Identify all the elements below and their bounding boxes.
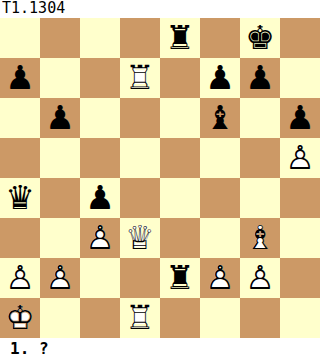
square-g2[interactable]: ♟♙ [240,258,280,298]
square-a6[interactable] [0,98,40,138]
piece-outline: ♗ [240,218,280,258]
square-h2[interactable] [280,258,320,298]
piece-black-pawn[interactable]: ♟ [0,58,40,98]
piece-black-pawn[interactable]: ♟ [200,58,240,98]
square-h4[interactable] [280,178,320,218]
square-e5[interactable] [160,138,200,178]
square-a3[interactable] [0,218,40,258]
piece-white-bishop[interactable]: ♝♗ [240,218,280,258]
piece-black-king[interactable]: ♚ [240,18,280,58]
move-prompt: 1. ? [0,338,320,360]
square-f6[interactable]: ♝ [200,98,240,138]
square-c5[interactable] [80,138,120,178]
square-h1[interactable] [280,298,320,338]
piece-black-bishop[interactable]: ♝ [200,98,240,138]
piece-white-pawn[interactable]: ♟♙ [80,218,120,258]
piece-outline: ♙ [80,218,120,258]
square-e7[interactable] [160,58,200,98]
square-h3[interactable] [280,218,320,258]
piece-white-king[interactable]: ♚♔ [0,298,40,338]
piece-outline: ♙ [200,258,240,298]
piece-outline: ♙ [240,258,280,298]
square-b5[interactable] [40,138,80,178]
square-f1[interactable] [200,298,240,338]
square-b3[interactable] [40,218,80,258]
square-c2[interactable] [80,258,120,298]
square-g5[interactable] [240,138,280,178]
square-d5[interactable] [120,138,160,178]
piece-black-pawn[interactable]: ♟ [40,98,80,138]
square-h5[interactable]: ♟♙ [280,138,320,178]
piece-outline: ♔ [0,298,40,338]
square-b7[interactable] [40,58,80,98]
piece-black-pawn[interactable]: ♟ [80,178,120,218]
puzzle-title: T1.1304 [0,0,320,18]
square-b8[interactable] [40,18,80,58]
piece-outline: ♙ [280,138,320,178]
square-g1[interactable] [240,298,280,338]
square-e4[interactable] [160,178,200,218]
square-f8[interactable] [200,18,240,58]
square-e8[interactable]: ♜ [160,18,200,58]
square-c3[interactable]: ♟♙ [80,218,120,258]
square-g7[interactable]: ♟ [240,58,280,98]
square-f2[interactable]: ♟♙ [200,258,240,298]
square-a2[interactable]: ♟♙ [0,258,40,298]
square-g3[interactable]: ♝♗ [240,218,280,258]
square-a4[interactable]: ♛ [0,178,40,218]
piece-white-pawn[interactable]: ♟♙ [240,258,280,298]
square-a7[interactable]: ♟ [0,58,40,98]
square-d1[interactable]: ♜♖ [120,298,160,338]
square-h6[interactable]: ♟ [280,98,320,138]
chess-board: ♜♚♟♜♖♟♟♟♝♟♟♙♛♟♟♙♛♕♝♗♟♙♟♙♜♟♙♟♙♚♔♜♖ [0,18,320,338]
square-h8[interactable] [280,18,320,58]
piece-outline: ♕ [120,218,160,258]
square-g8[interactable]: ♚ [240,18,280,58]
piece-black-queen[interactable]: ♛ [0,178,40,218]
piece-white-rook[interactable]: ♜♖ [120,58,160,98]
square-d4[interactable] [120,178,160,218]
piece-white-pawn[interactable]: ♟♙ [200,258,240,298]
square-a8[interactable] [0,18,40,58]
piece-white-pawn[interactable]: ♟♙ [40,258,80,298]
square-d6[interactable] [120,98,160,138]
square-f5[interactable] [200,138,240,178]
square-c4[interactable]: ♟ [80,178,120,218]
piece-white-queen[interactable]: ♛♕ [120,218,160,258]
square-b6[interactable]: ♟ [40,98,80,138]
square-c6[interactable] [80,98,120,138]
piece-black-rook[interactable]: ♜ [160,18,200,58]
piece-outline: ♖ [120,298,160,338]
square-g4[interactable] [240,178,280,218]
square-e1[interactable] [160,298,200,338]
square-e6[interactable] [160,98,200,138]
square-b4[interactable] [40,178,80,218]
square-d8[interactable] [120,18,160,58]
square-e3[interactable] [160,218,200,258]
square-f3[interactable] [200,218,240,258]
square-c1[interactable] [80,298,120,338]
square-f7[interactable]: ♟ [200,58,240,98]
square-h7[interactable] [280,58,320,98]
square-a1[interactable]: ♚♔ [0,298,40,338]
piece-outline: ♖ [120,58,160,98]
piece-white-pawn[interactable]: ♟♙ [280,138,320,178]
square-f4[interactable] [200,178,240,218]
square-d2[interactable] [120,258,160,298]
piece-outline: ♙ [40,258,80,298]
square-b1[interactable] [40,298,80,338]
square-d7[interactable]: ♜♖ [120,58,160,98]
square-b2[interactable]: ♟♙ [40,258,80,298]
square-c7[interactable] [80,58,120,98]
piece-white-rook[interactable]: ♜♖ [120,298,160,338]
square-e2[interactable]: ♜ [160,258,200,298]
chess-puzzle-app: T1.1304 ♜♚♟♜♖♟♟♟♝♟♟♙♛♟♟♙♛♕♝♗♟♙♟♙♜♟♙♟♙♚♔♜… [0,0,320,360]
square-d3[interactable]: ♛♕ [120,218,160,258]
piece-black-pawn[interactable]: ♟ [280,98,320,138]
square-g6[interactable] [240,98,280,138]
piece-white-pawn[interactable]: ♟♙ [0,258,40,298]
square-a5[interactable] [0,138,40,178]
piece-outline: ♙ [0,258,40,298]
square-c8[interactable] [80,18,120,58]
piece-black-pawn[interactable]: ♟ [240,58,280,98]
piece-black-rook[interactable]: ♜ [160,258,200,298]
